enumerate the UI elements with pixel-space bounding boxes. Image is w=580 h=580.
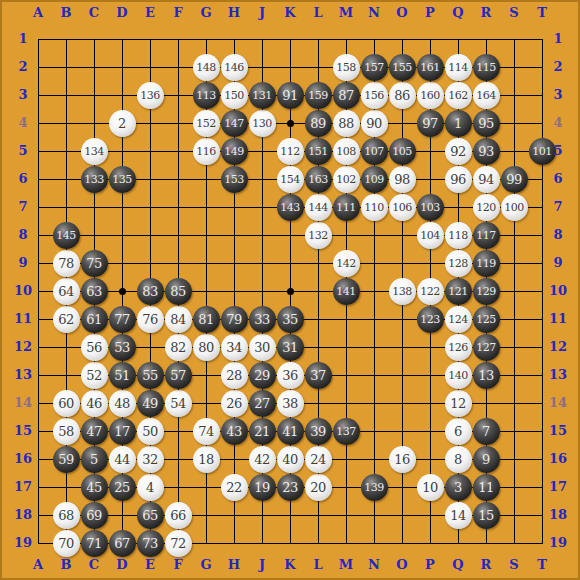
stone-number: 38	[282, 397, 298, 410]
row-label-right: 11	[545, 305, 571, 333]
stone-number: 81	[198, 313, 214, 326]
stone-number: 66	[170, 509, 186, 522]
stone-number: 104	[420, 230, 440, 241]
stone-number: 125	[476, 314, 496, 325]
row-label-left: 4	[10, 109, 36, 137]
row-label-right: 17	[545, 473, 571, 501]
stone-black: 63	[81, 278, 108, 305]
stone-number: 47	[86, 425, 102, 438]
row-label-right: 8	[545, 221, 571, 249]
stone-number: 161	[420, 62, 440, 73]
stone-number: 138	[392, 286, 412, 297]
stone-white: 156	[361, 82, 388, 109]
stone-number: 8	[454, 453, 462, 466]
stone-white: 50	[137, 418, 164, 445]
stone-white: 164	[473, 82, 500, 109]
stone-number: 107	[364, 146, 384, 157]
stone-number: 144	[308, 202, 328, 213]
stone-black: 69	[81, 502, 108, 529]
stone-black: 73	[137, 530, 164, 557]
stone-number: 153	[224, 174, 244, 185]
stone-number: 91	[282, 89, 298, 102]
stone-white: 106	[389, 194, 416, 221]
row-label-right: 3	[545, 81, 571, 109]
stone-number: 151	[308, 146, 328, 157]
col-label-bottom: G	[192, 556, 220, 574]
stone-number: 44	[114, 453, 130, 466]
row-label-left: 2	[10, 53, 36, 81]
stone-number: 21	[254, 425, 270, 438]
col-label-top: A	[24, 4, 52, 22]
stone-black: 121	[445, 278, 472, 305]
stone-white: 126	[445, 334, 472, 361]
stone-number: 164	[476, 90, 496, 101]
stone-number: 77	[114, 313, 130, 326]
stone-white: 28	[221, 362, 248, 389]
row-label-right: 4	[545, 109, 571, 137]
stone-number: 162	[448, 90, 468, 101]
stone-black: 17	[109, 418, 136, 445]
stone-number: 137	[336, 426, 356, 437]
stone-number: 116	[196, 146, 216, 157]
stone-number: 30	[254, 341, 270, 354]
stone-white: 96	[445, 166, 472, 193]
stone-black: 79	[221, 306, 248, 333]
stone-white: 4	[137, 474, 164, 501]
stone-black: 41	[277, 418, 304, 445]
stone-white: 148	[193, 54, 220, 81]
col-label-top: P	[416, 4, 444, 22]
stone-white: 48	[109, 390, 136, 417]
stone-white: 34	[221, 334, 248, 361]
stone-number: 159	[308, 90, 328, 101]
col-label-top: M	[332, 4, 360, 22]
stone-black: 95	[473, 110, 500, 137]
stone-white: 162	[445, 82, 472, 109]
stone-black: 55	[137, 362, 164, 389]
stone-black: 123	[417, 306, 444, 333]
stone-number: 80	[198, 341, 214, 354]
stone-black: 13	[473, 362, 500, 389]
stone-black: 93	[473, 138, 500, 165]
stone-white: 24	[305, 446, 332, 473]
stone-number: 74	[198, 425, 214, 438]
col-label-top: R	[472, 4, 500, 22]
stone-number: 68	[58, 509, 74, 522]
stone-black: 27	[249, 390, 276, 417]
stone-white: 76	[137, 306, 164, 333]
stone-number: 115	[476, 62, 496, 73]
stone-white: 72	[165, 530, 192, 557]
go-board: 1234567891011121314151617181920212223242…	[0, 0, 580, 580]
stone-white: 150	[221, 82, 248, 109]
stone-white: 70	[53, 530, 80, 557]
col-label-top: H	[220, 4, 248, 22]
row-label-right: 19	[545, 529, 571, 557]
col-label-bottom: R	[472, 556, 500, 574]
stone-number: 99	[506, 173, 522, 186]
row-label-right: 15	[545, 417, 571, 445]
stone-white: 18	[193, 446, 220, 473]
col-label-bottom: N	[360, 556, 388, 574]
stone-number: 60	[58, 397, 74, 410]
stone-number: 24	[310, 453, 326, 466]
stone-number: 90	[366, 117, 382, 130]
stone-white: 100	[501, 194, 528, 221]
stone-number: 121	[448, 286, 468, 297]
stone-black: 51	[109, 362, 136, 389]
stone-white: 14	[445, 502, 472, 529]
row-label-right: 9	[545, 249, 571, 277]
stone-number: 85	[170, 285, 186, 298]
stone-number: 124	[448, 314, 468, 325]
stone-white: 52	[81, 362, 108, 389]
stone-number: 31	[282, 341, 298, 354]
stone-black: 155	[389, 54, 416, 81]
stone-number: 103	[420, 202, 440, 213]
stone-white: 104	[417, 222, 444, 249]
row-label-left: 3	[10, 81, 36, 109]
stone-number: 106	[392, 202, 412, 213]
stone-white: 64	[53, 278, 80, 305]
stone-number: 157	[364, 62, 384, 73]
col-label-bottom: D	[108, 556, 136, 574]
stone-number: 83	[142, 285, 158, 298]
stone-number: 145	[56, 230, 76, 241]
stone-black: 53	[109, 334, 136, 361]
stone-white: 74	[193, 418, 220, 445]
stone-number: 7	[482, 425, 490, 438]
stone-number: 155	[392, 62, 412, 73]
stone-number: 49	[142, 397, 158, 410]
col-label-top: C	[80, 4, 108, 22]
stone-white: 86	[389, 82, 416, 109]
stone-white: 118	[445, 222, 472, 249]
row-label-right: 10	[545, 277, 571, 305]
stone-black: 109	[361, 166, 388, 193]
stone-number: 89	[310, 117, 326, 130]
col-label-top: D	[108, 4, 136, 22]
stone-number: 88	[338, 117, 354, 130]
stone-black: 15	[473, 502, 500, 529]
stone-black: 81	[193, 306, 220, 333]
col-label-bottom: B	[52, 556, 80, 574]
stone-black: 25	[109, 474, 136, 501]
col-label-bottom: T	[528, 556, 556, 574]
stone-white: 40	[277, 446, 304, 473]
stone-number: 134	[84, 146, 104, 157]
stone-black: 153	[221, 166, 248, 193]
star-point	[119, 288, 126, 295]
stone-number: 105	[392, 146, 412, 157]
row-label-left: 19	[10, 529, 36, 557]
stone-number: 26	[226, 397, 242, 410]
stone-black: 127	[473, 334, 500, 361]
row-label-right: 14	[545, 389, 571, 417]
stone-number: 13	[478, 369, 494, 382]
stone-white: 90	[361, 110, 388, 137]
stone-white: 84	[165, 306, 192, 333]
stone-black: 149	[221, 138, 248, 165]
stone-black: 157	[361, 54, 388, 81]
stone-white: 160	[417, 82, 444, 109]
row-label-right: 2	[545, 53, 571, 81]
stone-number: 73	[142, 537, 158, 550]
stone-number: 70	[58, 537, 74, 550]
stone-number: 147	[224, 118, 244, 129]
stone-number: 140	[448, 370, 468, 381]
stone-number: 113	[196, 90, 216, 101]
stone-number: 98	[394, 173, 410, 186]
row-label-right: 1	[545, 25, 571, 53]
stone-number: 43	[226, 425, 242, 438]
stone-number: 154	[280, 174, 300, 185]
stone-number: 111	[336, 202, 356, 213]
stone-number: 1	[454, 117, 462, 130]
stone-white: 92	[445, 138, 472, 165]
stone-black: 151	[305, 138, 332, 165]
stone-number: 61	[86, 313, 102, 326]
stone-number: 56	[86, 341, 102, 354]
stone-white: 138	[389, 278, 416, 305]
stone-number: 148	[196, 62, 216, 73]
stone-white: 134	[81, 138, 108, 165]
stone-white: 80	[193, 334, 220, 361]
stone-number: 97	[422, 117, 438, 130]
stone-number: 16	[394, 453, 410, 466]
stone-white: 26	[221, 390, 248, 417]
stone-number: 14	[450, 509, 466, 522]
stone-number: 95	[478, 117, 494, 130]
col-label-bottom: A	[24, 556, 52, 574]
stone-black: 141	[333, 278, 360, 305]
stone-number: 152	[196, 118, 216, 129]
stone-number: 123	[420, 314, 440, 325]
stone-white: 44	[109, 446, 136, 473]
col-label-top: N	[360, 4, 388, 22]
stone-black: 99	[501, 166, 528, 193]
stone-white: 54	[165, 390, 192, 417]
stone-number: 71	[86, 537, 102, 550]
stone-number: 54	[170, 397, 186, 410]
stone-white: 8	[445, 446, 472, 473]
stone-white: 32	[137, 446, 164, 473]
stone-black: 57	[165, 362, 192, 389]
stone-black: 11	[473, 474, 500, 501]
stone-number: 131	[252, 90, 272, 101]
stone-number: 42	[254, 453, 270, 466]
stone-white: 132	[305, 222, 332, 249]
col-label-top: E	[136, 4, 164, 22]
stone-black: 59	[53, 446, 80, 473]
stone-white: 120	[473, 194, 500, 221]
row-label-left: 15	[10, 417, 36, 445]
stone-white: 158	[333, 54, 360, 81]
row-label-right: 12	[545, 333, 571, 361]
stone-number: 25	[114, 481, 130, 494]
stone-black: 91	[277, 82, 304, 109]
stone-white: 128	[445, 250, 472, 277]
stone-number: 135	[112, 174, 132, 185]
stone-white: 122	[417, 278, 444, 305]
stone-black: 49	[137, 390, 164, 417]
stone-number: 126	[448, 342, 468, 353]
stone-black: 119	[473, 250, 500, 277]
row-label-left: 14	[10, 389, 36, 417]
stone-white: 154	[277, 166, 304, 193]
row-label-left: 16	[10, 445, 36, 473]
col-label-bottom: C	[80, 556, 108, 574]
stone-number: 33	[254, 313, 270, 326]
stone-number: 9	[482, 453, 490, 466]
row-label-left: 7	[10, 193, 36, 221]
stone-number: 114	[448, 62, 468, 73]
row-label-left: 5	[10, 137, 36, 165]
stone-black: 21	[249, 418, 276, 445]
col-label-bottom: L	[304, 556, 332, 574]
stone-black: 147	[221, 110, 248, 137]
stone-number: 117	[476, 230, 496, 241]
stone-white: 66	[165, 502, 192, 529]
col-label-top: F	[164, 4, 192, 22]
stone-black: 71	[81, 530, 108, 557]
stone-number: 94	[478, 173, 494, 186]
row-label-left: 10	[10, 277, 36, 305]
stone-number: 129	[476, 286, 496, 297]
stone-black: 135	[109, 166, 136, 193]
row-label-left: 18	[10, 501, 36, 529]
stone-number: 12	[450, 397, 466, 410]
stone-black: 7	[473, 418, 500, 445]
stone-black: 105	[389, 138, 416, 165]
col-label-bottom: Q	[444, 556, 472, 574]
stone-number: 163	[308, 174, 328, 185]
stone-white: 114	[445, 54, 472, 81]
stone-number: 40	[282, 453, 298, 466]
stone-number: 108	[336, 146, 356, 157]
stone-number: 110	[364, 202, 384, 213]
stone-number: 120	[476, 202, 496, 213]
stone-white: 108	[333, 138, 360, 165]
stone-number: 39	[310, 425, 326, 438]
row-label-left: 1	[10, 25, 36, 53]
stone-number: 127	[476, 342, 496, 353]
col-label-bottom: S	[500, 556, 528, 574]
stone-black: 1	[445, 110, 472, 137]
stone-white: 10	[417, 474, 444, 501]
stone-black: 87	[333, 82, 360, 109]
stone-white: 30	[249, 334, 276, 361]
stone-number: 55	[142, 369, 158, 382]
stone-number: 65	[142, 509, 158, 522]
star-point	[287, 288, 294, 295]
stone-number: 141	[336, 286, 356, 297]
board-grid[interactable]: 1234567891011121314151617181920212223242…	[38, 39, 543, 544]
row-label-right: 6	[545, 165, 571, 193]
stone-black: 83	[137, 278, 164, 305]
stone-number: 143	[280, 202, 300, 213]
stone-number: 48	[114, 397, 130, 410]
row-label-right: 7	[545, 193, 571, 221]
stone-white: 140	[445, 362, 472, 389]
col-label-top: J	[248, 4, 276, 22]
stone-number: 15	[478, 509, 494, 522]
stone-white: 22	[221, 474, 248, 501]
stone-number: 51	[114, 369, 130, 382]
stone-black: 125	[473, 306, 500, 333]
stone-white: 130	[249, 110, 276, 137]
stone-black: 137	[333, 418, 360, 445]
stone-number: 45	[86, 481, 102, 494]
col-label-bottom: H	[220, 556, 248, 574]
stone-number: 100	[504, 202, 524, 213]
stone-black: 143	[277, 194, 304, 221]
stone-white: 124	[445, 306, 472, 333]
stone-white: 38	[277, 390, 304, 417]
stone-number: 28	[226, 369, 242, 382]
stone-black: 107	[361, 138, 388, 165]
stone-black: 67	[109, 530, 136, 557]
col-label-bottom: K	[276, 556, 304, 574]
stone-number: 112	[280, 146, 300, 157]
stone-black: 3	[445, 474, 472, 501]
stone-number: 146	[224, 62, 244, 73]
stone-white: 6	[445, 418, 472, 445]
stone-number: 23	[282, 481, 298, 494]
stone-number: 3	[454, 481, 462, 494]
stone-white: 146	[221, 54, 248, 81]
stone-number: 142	[336, 258, 356, 269]
stone-black: 39	[305, 418, 332, 445]
col-label-bottom: F	[164, 556, 192, 574]
stone-number: 72	[170, 537, 186, 550]
stone-number: 20	[310, 481, 326, 494]
row-label-left: 17	[10, 473, 36, 501]
row-label-right: 13	[545, 361, 571, 389]
stone-black: 145	[53, 222, 80, 249]
stone-black: 37	[305, 362, 332, 389]
stone-black: 31	[277, 334, 304, 361]
stone-number: 122	[420, 286, 440, 297]
stone-number: 46	[86, 397, 102, 410]
stone-number: 79	[226, 313, 242, 326]
stone-white: 36	[277, 362, 304, 389]
stone-number: 27	[254, 397, 270, 410]
stone-white: 98	[389, 166, 416, 193]
stone-white: 56	[81, 334, 108, 361]
stone-number: 63	[86, 285, 102, 298]
stone-number: 50	[142, 425, 158, 438]
stone-number: 64	[58, 285, 74, 298]
stone-number: 69	[86, 509, 102, 522]
stone-number: 75	[86, 257, 102, 270]
stone-white: 82	[165, 334, 192, 361]
row-label-left: 8	[10, 221, 36, 249]
stone-white: 58	[53, 418, 80, 445]
col-label-top: K	[276, 4, 304, 22]
stone-black: 35	[277, 306, 304, 333]
stone-black: 5	[81, 446, 108, 473]
stone-number: 78	[58, 257, 74, 270]
stone-black: 23	[277, 474, 304, 501]
stone-black: 161	[417, 54, 444, 81]
stone-white: 110	[361, 194, 388, 221]
stone-black: 33	[249, 306, 276, 333]
stone-number: 11	[478, 481, 494, 494]
stone-number: 32	[142, 453, 158, 466]
stone-number: 92	[450, 145, 466, 158]
stone-black: 131	[249, 82, 276, 109]
